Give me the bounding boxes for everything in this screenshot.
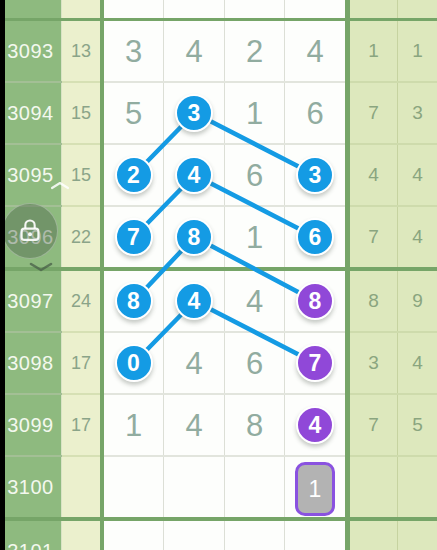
tail-value — [398, 457, 437, 517]
issue-cell — [0, 0, 62, 18]
digit-cell — [164, 0, 225, 18]
tail-value: 4 — [398, 207, 437, 267]
circled-digit-blue: 8 — [175, 218, 213, 256]
next-draw-badge[interactable]: 1 — [295, 462, 335, 516]
chevron-down-icon[interactable] — [29, 262, 53, 272]
sum-value: 17 — [62, 395, 100, 455]
circled-digit-purple: 7 — [296, 344, 334, 382]
digit-cell: 0 — [104, 333, 164, 393]
digit: 6 — [306, 98, 323, 129]
digit-cell: 4 — [164, 145, 225, 205]
table-row-3098: 309817046734 — [0, 333, 437, 393]
tail-value: 4 — [350, 145, 398, 205]
digit: 4 — [185, 36, 202, 67]
issue-label: 3097 — [0, 271, 62, 331]
padlock-icon — [16, 217, 44, 245]
digit-cell: 7 — [104, 207, 164, 267]
digit-cell: 7 — [285, 333, 345, 393]
table-row-3096: 309622781674 — [0, 207, 437, 267]
tail-cell — [398, 0, 437, 18]
table-row-3099: 309917148475 — [0, 395, 437, 455]
digit-cell — [104, 457, 164, 517]
digit-cell: 4 — [225, 271, 285, 331]
digit: 6 — [246, 160, 263, 191]
circled-digit-blue: 0 — [115, 344, 153, 382]
digit: 8 — [246, 410, 263, 441]
issue-label: 3093 — [0, 21, 62, 81]
circled-digit-blue: 3 — [175, 94, 213, 132]
digit: 4 — [185, 348, 202, 379]
digit-cell — [225, 457, 285, 517]
table-row-3097: 309724844889 — [0, 271, 437, 331]
digit-cell: 4 — [285, 395, 345, 455]
digit-cell: 1 — [225, 83, 285, 143]
digit-cell: 8 — [104, 271, 164, 331]
digit-cell: 1 — [285, 457, 345, 517]
digit-cell: 3 — [104, 21, 164, 81]
circled-digit-blue: 4 — [175, 282, 213, 320]
table-row-3101: 3101 — [0, 521, 437, 550]
digit-cell: 5 — [104, 83, 164, 143]
circled-digit-blue: 2 — [115, 156, 153, 194]
digit-cell: 6 — [225, 145, 285, 205]
digit-cell: 8 — [285, 271, 345, 331]
sum-value: 22 — [62, 207, 100, 267]
tail-value: 7 — [350, 83, 398, 143]
sum-value: 15 — [62, 145, 100, 205]
issue-label: 3099 — [0, 395, 62, 455]
digit: 6 — [246, 348, 263, 379]
digit-cell: 3 — [164, 83, 225, 143]
sum-value: 17 — [62, 333, 100, 393]
sum-value: 15 — [62, 83, 100, 143]
digit-cell: 6 — [285, 83, 345, 143]
digit: 1 — [246, 98, 263, 129]
tail-value: 1 — [398, 21, 437, 81]
digit-cell — [164, 457, 225, 517]
table-row-partial — [0, 0, 437, 18]
tail-value: 7 — [350, 395, 398, 455]
sum-value: 13 — [62, 21, 100, 81]
digit-cell: 4 — [164, 395, 225, 455]
digit: 1 — [246, 222, 263, 253]
digit-cell: 4 — [164, 333, 225, 393]
tail-value: 4 — [398, 145, 437, 205]
tail-cell — [350, 0, 398, 18]
tail-value: 1 — [350, 21, 398, 81]
issue-label: 3095 — [0, 145, 62, 205]
trend-table: 3093133424113094155316733095152463443096… — [0, 0, 437, 550]
issue-label: 3100 — [0, 457, 62, 517]
sum-cell — [62, 0, 100, 18]
tail-value: 3 — [398, 83, 437, 143]
sum-value — [62, 457, 100, 517]
tail-value: 3 — [350, 333, 398, 393]
tail-value: 7 — [350, 207, 398, 267]
tail-value — [398, 521, 437, 550]
digit-cell: 2 — [104, 145, 164, 205]
tail-value: 9 — [398, 271, 437, 331]
digit: 4 — [246, 286, 263, 317]
digit-cell: 8 — [225, 395, 285, 455]
issue-label: 3101 — [0, 521, 62, 550]
circled-digit-blue: 6 — [296, 218, 334, 256]
digit-cell — [225, 521, 285, 550]
table-row-3094: 309415531673 — [0, 83, 437, 143]
digit-cell: 4 — [285, 21, 345, 81]
digit-cell: 3 — [285, 145, 345, 205]
digit-cell: 6 — [285, 207, 345, 267]
circled-digit-blue: 7 — [115, 218, 153, 256]
chevron-up-icon[interactable] — [50, 181, 70, 190]
digit-cell — [164, 521, 225, 550]
tail-value: 8 — [350, 271, 398, 331]
digit: 5 — [125, 98, 142, 129]
table-row-3095: 309515246344 — [0, 145, 437, 205]
table-row-3100: 31001 — [0, 457, 437, 517]
digit-cell — [285, 0, 345, 18]
circled-digit-blue: 3 — [296, 156, 334, 194]
issue-label: 3094 — [0, 83, 62, 143]
digit-cell: 1 — [104, 395, 164, 455]
lottery-trend-chart-screen: 3093133424113094155316733095152463443096… — [0, 0, 437, 550]
screen-edge-strip — [0, 0, 5, 550]
digit: 4 — [185, 410, 202, 441]
digit-cell: 4 — [164, 271, 225, 331]
digit: 1 — [125, 410, 142, 441]
digit-cell: 6 — [225, 333, 285, 393]
issue-label: 3098 — [0, 333, 62, 393]
lock-button[interactable] — [2, 203, 58, 259]
sum-value: 24 — [62, 271, 100, 331]
tail-value: 4 — [398, 333, 437, 393]
tail-value: 5 — [398, 395, 437, 455]
digit-cell — [285, 521, 345, 550]
digit-cell: 8 — [164, 207, 225, 267]
digit-cell — [104, 0, 164, 18]
circled-digit-blue: 4 — [175, 156, 213, 194]
digit-cell: 2 — [225, 21, 285, 81]
digit: 3 — [125, 36, 142, 67]
digit: 2 — [246, 36, 263, 67]
digit-cell: 1 — [225, 207, 285, 267]
tail-value — [350, 457, 398, 517]
digit: 4 — [306, 36, 323, 67]
tail-value — [350, 521, 398, 550]
table-row-3093: 309313342411 — [0, 21, 437, 81]
digit-cell — [104, 521, 164, 550]
sum-value — [62, 521, 100, 550]
digit-cell — [225, 0, 285, 18]
circled-digit-purple: 4 — [296, 406, 334, 444]
circled-digit-purple: 8 — [296, 282, 334, 320]
circled-digit-blue: 8 — [115, 282, 153, 320]
digit-cell: 4 — [164, 21, 225, 81]
